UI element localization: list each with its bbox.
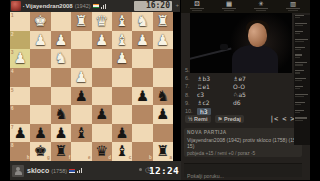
- square-e4[interactable]: ♟: [71, 68, 91, 87]
- chat-line: [295, 78, 310, 81]
- square-b3[interactable]: [132, 49, 152, 68]
- game-info-matchup: Vijayendran2008 (1942) protiv skloco (17…: [187, 137, 299, 149]
- square-c8[interactable]: c♝: [112, 142, 132, 161]
- white-pawn-g2[interactable]: ♟: [30, 31, 50, 50]
- square-a4[interactable]: [153, 68, 173, 87]
- flag-icon: ⚑: [218, 116, 223, 122]
- square-d1[interactable]: ♛: [92, 12, 112, 31]
- square-b6[interactable]: [132, 105, 152, 124]
- square-f2[interactable]: ♟: [51, 31, 71, 50]
- square-b5[interactable]: ♟: [132, 87, 152, 106]
- square-d5[interactable]: [92, 87, 112, 106]
- white-queen-d1[interactable]: ♛: [92, 12, 112, 31]
- black-pawn-g7[interactable]: ♟: [30, 124, 50, 143]
- black-knight-a5[interactable]: ♞: [153, 87, 173, 106]
- bottom-player-bar: skloco (1758) ◷ 12:24: [10, 161, 182, 180]
- chat-box: [184, 163, 302, 177]
- white-pawn-d2[interactable]: ♟: [92, 31, 112, 50]
- top-player-rating: (1942): [75, 3, 91, 9]
- move-number: 7.: [185, 83, 197, 89]
- chat-line: [295, 70, 310, 73]
- move-list: 5.O-Ob56.♗b3♗e77.♖e1O-O8.c3♘a59.♗c2d610.…: [185, 66, 293, 115]
- black-pawn-b5[interactable]: ♟: [132, 87, 152, 106]
- square-g3[interactable]: [30, 49, 50, 68]
- square-a5[interactable]: ♞: [153, 87, 173, 106]
- white-king-g1[interactable]: ♚: [30, 12, 50, 31]
- chat-input[interactable]: [184, 170, 302, 181]
- square-h3[interactable]: 3♟: [10, 49, 30, 68]
- file-label-e: e: [88, 155, 91, 160]
- square-c1[interactable]: ♝: [112, 12, 132, 31]
- white-bishop-c1[interactable]: ♝: [112, 12, 132, 31]
- streamer-face: [248, 23, 267, 47]
- chat-line: [295, 102, 310, 105]
- black-pawn-a6[interactable]: ♟: [153, 105, 173, 124]
- square-d7[interactable]: [92, 124, 112, 143]
- black-bishop-e7[interactable]: ♝: [71, 124, 91, 143]
- black-pawn-h7[interactable]: ♟: [10, 124, 30, 143]
- square-h8[interactable]: 8h: [10, 142, 30, 161]
- white-rook-e1[interactable]: ♜: [71, 12, 91, 31]
- square-b1[interactable]: ♞: [132, 12, 152, 31]
- square-g1[interactable]: ♚: [30, 12, 50, 31]
- white-rook-a1[interactable]: ♜: [153, 12, 173, 31]
- move-black[interactable]: d6: [233, 99, 269, 106]
- india-flag-icon: [93, 4, 99, 8]
- rank-label-6: 6: [11, 106, 14, 111]
- white-pawn-e4[interactable]: ♟: [71, 68, 91, 87]
- move-number: 8.: [185, 92, 197, 98]
- file-label-h: h: [27, 155, 30, 160]
- chat-line: [295, 39, 310, 42]
- square-c3[interactable]: ♟: [112, 49, 132, 68]
- square-f4[interactable]: [51, 68, 71, 87]
- square-h2[interactable]: 2: [10, 31, 30, 50]
- player-flag-icon: [69, 169, 75, 173]
- side-chat-strip: [294, 15, 310, 145]
- chat-line: [295, 23, 310, 26]
- chat-line: [295, 62, 310, 65]
- chat-line: [295, 15, 310, 18]
- square-g8[interactable]: g♚: [30, 142, 50, 161]
- chat-line: [295, 47, 310, 50]
- top-player-name[interactable]: Vijayendran2008: [25, 3, 72, 9]
- black-pawn-d6[interactable]: ♟: [92, 105, 112, 124]
- square-g2[interactable]: ♟: [30, 31, 50, 50]
- white-pawn-b2[interactable]: ♟: [132, 31, 152, 50]
- bottom-player-rating: (1758): [51, 168, 67, 174]
- square-b2[interactable]: ♟: [132, 31, 152, 50]
- chat-line: [295, 31, 310, 34]
- square-a7[interactable]: [153, 124, 173, 143]
- webcam-video: [190, 13, 292, 73]
- die-icon: ⚄: [181, 0, 213, 8]
- game-controls: ½ Remi ⚑ Predaj |< < > >|: [185, 113, 307, 125]
- square-c5[interactable]: [112, 87, 132, 106]
- chat-line: [295, 54, 310, 57]
- connection-signal-icon: [101, 4, 107, 9]
- bottom-player-clock: 12:24: [149, 165, 179, 176]
- square-d3[interactable]: [92, 49, 112, 68]
- square-b8[interactable]: b: [132, 142, 152, 161]
- move-row: 7.♖e1O-O: [185, 82, 293, 90]
- square-h7[interactable]: 7♟: [10, 124, 30, 143]
- move-white[interactable]: ♖e1: [197, 83, 233, 90]
- square-d2[interactable]: ♟: [92, 31, 112, 50]
- square-c4[interactable]: [112, 68, 132, 87]
- move-row: 9.♗c2d6: [185, 99, 293, 107]
- chat-line: [295, 110, 310, 113]
- user-status-icon: ▪: [23, 4, 24, 9]
- bottom-player-avatar[interactable]: [12, 165, 24, 177]
- white-bishop-c2[interactable]: ♝: [112, 31, 132, 50]
- burst-icon: ✳: [245, 0, 277, 8]
- rank-label-8: 8: [11, 143, 14, 148]
- connection-signal-icon: [77, 168, 83, 173]
- move-number: 6.: [185, 75, 197, 81]
- black-pawn-f7[interactable]: ♟: [51, 124, 71, 143]
- square-a2[interactable]: ♟: [153, 31, 173, 50]
- right-panel: ⚄ ▦ ✳ ▥ 5.O-Ob56.♗b3♗e77.♖e1O-O8.c3♘a59.…: [181, 0, 310, 180]
- stats-icon: ▥: [277, 0, 309, 8]
- top-player-bar: ▪ Vijayendran2008 (1942) 16:20 +: [10, 0, 180, 12]
- square-f3[interactable]: ♞: [51, 49, 71, 68]
- move-white[interactable]: ♗c2: [197, 99, 233, 106]
- resign-button[interactable]: ⚑ Predaj: [215, 115, 244, 123]
- move-row: 8.c3♘a5: [185, 91, 293, 99]
- black-bishop-c8[interactable]: ♝: [112, 142, 132, 161]
- square-e8[interactable]: e: [71, 142, 91, 161]
- nav-first-button[interactable]: |<: [270, 115, 278, 123]
- square-e5[interactable]: ♟: [71, 87, 91, 106]
- white-knight-f3[interactable]: ♞: [51, 49, 71, 68]
- half-point-icon: ½: [188, 116, 193, 122]
- file-label-b: b: [149, 155, 152, 160]
- draw-button[interactable]: ½ Remi: [185, 115, 211, 123]
- move-white[interactable]: ♗b3: [197, 75, 233, 82]
- square-g4[interactable]: [30, 68, 50, 87]
- toolbar-button-4[interactable]: ▥: [277, 0, 309, 13]
- square-h4[interactable]: 4: [10, 68, 30, 87]
- black-pawn-c7[interactable]: ♟: [112, 124, 132, 143]
- square-f6[interactable]: ♞: [51, 105, 71, 124]
- microphone: [220, 44, 228, 50]
- rank-label-1: 1: [11, 13, 14, 18]
- toolbar-button-1[interactable]: ⚄: [181, 0, 213, 13]
- more-time-icon[interactable]: +: [175, 2, 179, 8]
- square-h1[interactable]: 1: [10, 12, 30, 31]
- square-a6[interactable]: ♟: [153, 105, 173, 124]
- toolbar-button-3[interactable]: ✳: [245, 0, 277, 13]
- move-number: 9.: [185, 100, 197, 106]
- square-b4[interactable]: [132, 68, 152, 87]
- square-g6[interactable]: [30, 105, 50, 124]
- game-info-title: NOVA PARTIJA: [187, 130, 299, 135]
- square-c2[interactable]: ♝: [112, 31, 132, 50]
- black-pawn-e5[interactable]: ♟: [71, 87, 91, 106]
- move-black[interactable]: ♗e7: [233, 75, 269, 82]
- square-c7[interactable]: ♟: [112, 124, 132, 143]
- chess-board[interactable]: 1♚♜♛♝♞♜2♟♟♟♝♟♟3♟♞♟4♟5♟♟♞6♞♟♟7♟♟♟♝♟8hg♚f♜…: [10, 12, 173, 161]
- top-player-avatar[interactable]: [11, 1, 21, 11]
- bottom-player-name[interactable]: skloco: [27, 167, 49, 174]
- black-knight-f6[interactable]: ♞: [51, 105, 71, 124]
- square-f8[interactable]: f♜: [51, 142, 71, 161]
- toolbar: ⚄ ▦ ✳ ▥: [181, 0, 310, 13]
- chat-line: [295, 94, 310, 97]
- draw-label: Remi: [194, 116, 207, 122]
- chat-line: [295, 117, 310, 120]
- board-icon: ▦: [213, 0, 245, 8]
- square-h6[interactable]: 6: [10, 105, 30, 124]
- rank-label-5: 5: [11, 88, 14, 93]
- square-e1[interactable]: ♜: [71, 12, 91, 31]
- square-f5[interactable]: [51, 87, 71, 106]
- square-c6[interactable]: [112, 105, 132, 124]
- square-a3[interactable]: [153, 49, 173, 68]
- black-king-g8[interactable]: ♚: [30, 142, 50, 161]
- white-pawn-c3[interactable]: ♟: [112, 49, 132, 68]
- lichess-game-screen: ▪ Vijayendran2008 (1942) 16:20 + 1♚♜♛♝♞♜…: [0, 0, 320, 180]
- top-player-clock: 16:20: [134, 1, 172, 11]
- square-d8[interactable]: d♛: [92, 142, 112, 161]
- streamer-body: [232, 45, 278, 73]
- rank-label-4: 4: [11, 69, 14, 74]
- black-rook-f8[interactable]: ♜: [51, 142, 71, 161]
- white-pawn-f2[interactable]: ♟: [51, 31, 71, 50]
- move-row: 6.♗b3♗e7: [185, 74, 293, 82]
- square-g7[interactable]: ♟: [30, 124, 50, 143]
- spectator-dot-icon: [139, 168, 142, 171]
- move-black[interactable]: O-O: [233, 83, 269, 90]
- square-d6[interactable]: ♟: [92, 105, 112, 124]
- square-h5[interactable]: 5: [10, 87, 30, 106]
- square-d4[interactable]: [92, 68, 112, 87]
- square-g5[interactable]: [30, 87, 50, 106]
- square-e3[interactable]: [71, 49, 91, 68]
- toolbar-button-2[interactable]: ▦: [213, 0, 245, 13]
- black-queen-d8[interactable]: ♛: [92, 142, 112, 161]
- game-info-box: NOVA PARTIJA Vijayendran2008 (1942) prot…: [184, 128, 302, 157]
- square-e6[interactable]: [71, 105, 91, 124]
- white-pawn-a2[interactable]: ♟: [153, 31, 173, 50]
- square-b7[interactable]: [132, 124, 152, 143]
- white-knight-b1[interactable]: ♞: [132, 12, 152, 31]
- chat-line: [295, 86, 310, 89]
- game-info-rating-change: pobjeda +15 / remi +0 / poraz -5: [187, 151, 299, 156]
- resign-label: Predaj: [224, 116, 241, 122]
- square-a1[interactable]: ♜: [153, 12, 173, 31]
- square-e2[interactable]: [71, 31, 91, 50]
- square-f1[interactable]: [51, 12, 71, 31]
- square-f7[interactable]: ♟: [51, 124, 71, 143]
- nav-prev-button[interactable]: <: [282, 115, 286, 123]
- square-a8[interactable]: a♜: [153, 142, 173, 161]
- white-pawn-h3[interactable]: ♟: [10, 49, 30, 68]
- move-black[interactable]: ♘a5: [233, 91, 269, 98]
- square-e7[interactable]: ♝: [71, 124, 91, 143]
- rank-label-2: 2: [11, 32, 14, 37]
- black-rook-a8[interactable]: ♜: [153, 142, 173, 161]
- move-white[interactable]: c3: [197, 91, 233, 98]
